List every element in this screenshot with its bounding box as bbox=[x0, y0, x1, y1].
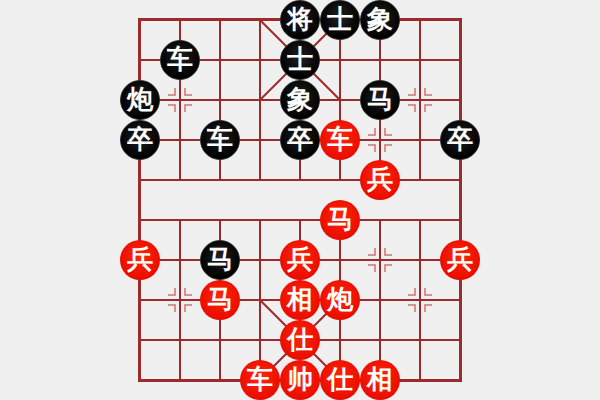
piece-black-chariot[interactable]: 车 bbox=[200, 120, 240, 160]
piece-black-chariot[interactable]: 车 bbox=[160, 40, 200, 80]
piece-black-elephant[interactable]: 象 bbox=[360, 0, 400, 40]
board-grid: 将士象车士炮象马卒车卒车卒兵马兵马兵兵马相炮仕车帅仕相 bbox=[120, 0, 480, 400]
piece-black-horse[interactable]: 马 bbox=[360, 80, 400, 120]
piece-red-soldier[interactable]: 兵 bbox=[360, 160, 400, 200]
piece-black-cannon[interactable]: 炮 bbox=[120, 80, 160, 120]
piece-red-soldier[interactable]: 兵 bbox=[440, 240, 480, 280]
piece-red-advisor[interactable]: 仕 bbox=[320, 360, 360, 400]
piece-black-soldier[interactable]: 卒 bbox=[440, 120, 480, 160]
piece-red-general[interactable]: 帅 bbox=[280, 360, 320, 400]
piece-black-soldier[interactable]: 卒 bbox=[280, 120, 320, 160]
piece-black-horse[interactable]: 马 bbox=[200, 240, 240, 280]
piece-black-soldier[interactable]: 卒 bbox=[120, 120, 160, 160]
piece-red-soldier[interactable]: 兵 bbox=[120, 240, 160, 280]
piece-red-cannon[interactable]: 炮 bbox=[320, 280, 360, 320]
piece-black-advisor[interactable]: 士 bbox=[280, 40, 320, 80]
xiangqi-app: 将士象车士炮象马卒车卒车卒兵马兵马兵兵马相炮仕车帅仕相 bbox=[0, 0, 600, 400]
piece-red-chariot[interactable]: 车 bbox=[320, 120, 360, 160]
piece-red-elephant[interactable]: 相 bbox=[360, 360, 400, 400]
piece-black-elephant[interactable]: 象 bbox=[280, 80, 320, 120]
piece-black-general[interactable]: 将 bbox=[280, 0, 320, 40]
xiangqi-board: 将士象车士炮象马卒车卒车卒兵马兵马兵兵马相炮仕车帅仕相 bbox=[120, 0, 480, 400]
piece-red-elephant[interactable]: 相 bbox=[280, 280, 320, 320]
piece-red-soldier[interactable]: 兵 bbox=[280, 240, 320, 280]
piece-black-advisor[interactable]: 士 bbox=[320, 0, 360, 40]
piece-red-advisor[interactable]: 仕 bbox=[280, 320, 320, 360]
piece-red-chariot[interactable]: 车 bbox=[240, 360, 280, 400]
piece-red-horse[interactable]: 马 bbox=[200, 280, 240, 320]
piece-red-horse[interactable]: 马 bbox=[320, 200, 360, 240]
